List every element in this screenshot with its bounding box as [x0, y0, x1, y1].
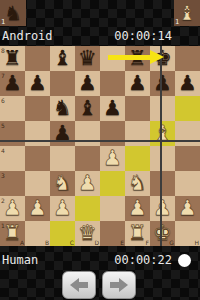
square-g3[interactable] [150, 171, 175, 196]
top-player-name: Android [2, 29, 53, 43]
top-player-clock: 00:00:14 [114, 29, 172, 43]
black-knight-c6[interactable]: ♞ [50, 96, 75, 121]
square-d1[interactable]: D♛ [75, 221, 100, 246]
square-c8[interactable]: ♝ [50, 46, 75, 71]
captured-count: 1 [175, 18, 179, 26]
square-b2[interactable]: ♟ [25, 196, 50, 221]
file-label-E: E [120, 239, 124, 246]
file-label-C: C [70, 239, 74, 246]
square-a5[interactable]: 5 [0, 121, 25, 146]
square-b5[interactable] [25, 121, 50, 146]
black-pawn-a7[interactable]: ♟ [0, 71, 25, 96]
square-c6[interactable]: ♞ [50, 96, 75, 121]
white-queen-d1[interactable]: ♛ [75, 221, 100, 246]
square-d8[interactable]: ♛ [75, 46, 100, 71]
square-a4[interactable]: 4 [0, 146, 25, 171]
square-f4[interactable] [125, 146, 150, 171]
file-label-B: B [45, 239, 49, 246]
square-c3[interactable]: ♞ [50, 171, 75, 196]
square-b4[interactable] [25, 146, 50, 171]
square-b1[interactable]: B [25, 221, 50, 246]
square-a8[interactable]: 8♜ [0, 46, 25, 71]
drag-crosshair-horizontal [0, 140, 200, 142]
white-knight-f3[interactable]: ♞ [125, 171, 150, 196]
square-h7[interactable]: ♟ [175, 71, 200, 96]
square-e3[interactable] [100, 171, 125, 196]
white-pawn-b2[interactable]: ♟ [25, 196, 50, 221]
rank-label-6: 6 [1, 97, 5, 104]
square-b8[interactable] [25, 46, 50, 71]
black-pawn-c5[interactable]: ♟ [50, 121, 75, 146]
arrow-left-icon [70, 278, 88, 292]
rank-label-4: 4 [1, 147, 5, 154]
square-h3[interactable] [175, 171, 200, 196]
square-f5[interactable] [125, 121, 150, 146]
square-d7[interactable]: ♟ [75, 71, 100, 96]
square-b7[interactable]: ♟ [25, 71, 50, 96]
white-rook-a1[interactable]: ♜ [0, 221, 25, 246]
black-pawn-d7[interactable]: ♟ [75, 71, 100, 96]
square-c5[interactable]: ♟ [50, 121, 75, 146]
white-pawn-h2[interactable]: ♟ [175, 196, 200, 221]
square-h1[interactable]: H [175, 221, 200, 246]
black-bishop-d6[interactable]: ♝ [75, 96, 100, 121]
square-d2[interactable] [75, 196, 100, 221]
square-c1[interactable]: C [50, 221, 75, 246]
square-e5[interactable] [100, 121, 125, 146]
square-d5[interactable] [75, 121, 100, 146]
square-d3[interactable]: ♟ [75, 171, 100, 196]
white-pawn-d3[interactable]: ♟ [75, 171, 100, 196]
black-pawn-b7[interactable]: ♟ [25, 71, 50, 96]
captured-tray-white: ♝ 1 [174, 0, 200, 26]
white-rook-f1[interactable]: ♜ [125, 221, 150, 246]
square-g4[interactable] [150, 146, 175, 171]
square-a3[interactable]: 3 [0, 171, 25, 196]
square-d4[interactable] [75, 146, 100, 171]
square-f7[interactable]: ♟ [125, 71, 150, 96]
square-f6[interactable] [125, 96, 150, 121]
forward-move-button[interactable] [102, 271, 136, 299]
square-c4[interactable] [50, 146, 75, 171]
black-pawn-g7[interactable]: ♟ [150, 71, 175, 96]
square-e7[interactable] [100, 71, 125, 96]
file-label-H: H [194, 239, 199, 246]
black-rook-a8[interactable]: ♜ [0, 46, 25, 71]
white-bishop-g5[interactable]: ♝ [150, 121, 175, 146]
captured-count: 1 [1, 18, 5, 26]
square-g5[interactable]: ♝ [150, 121, 175, 146]
square-h2[interactable]: ♟ [175, 196, 200, 221]
back-move-button[interactable] [62, 271, 96, 299]
black-pawn-f7[interactable]: ♟ [125, 71, 150, 96]
square-h4[interactable] [175, 146, 200, 171]
white-pawn-a2[interactable]: ♟ [0, 196, 25, 221]
white-king-g1[interactable]: ♚ [150, 221, 175, 246]
square-h5[interactable] [175, 121, 200, 146]
square-h8[interactable] [175, 46, 200, 71]
square-g1[interactable]: G♚ [150, 221, 175, 246]
chess-app: ♞ 1 ♝ 1 Android 00:00:14 8♜♝♛♜♚7♟♟♟♟♟♟6♞… [0, 0, 200, 300]
bottom-player-clock: 00:00:22 [114, 253, 172, 267]
white-pawn-c2[interactable]: ♟ [50, 196, 75, 221]
white-pawn-f2[interactable]: ♟ [125, 196, 150, 221]
square-g7[interactable]: ♟ [150, 71, 175, 96]
square-b6[interactable] [25, 96, 50, 121]
square-d6[interactable]: ♝ [75, 96, 100, 121]
square-a7[interactable]: 7♟ [0, 71, 25, 96]
square-a1[interactable]: 1A♜ [0, 221, 25, 246]
black-bishop-c8[interactable]: ♝ [50, 46, 75, 71]
square-g2[interactable]: ♟ [150, 196, 175, 221]
white-pawn-g2[interactable]: ♟ [150, 196, 175, 221]
board[interactable]: 8♜♝♛♜♚7♟♟♟♟♟♟6♞♝♟5♟♝4♟3♞♟♞2♟♟♟♟♟♟1A♜BCD♛… [0, 46, 200, 246]
rank-label-3: 3 [1, 172, 5, 179]
square-g6[interactable] [150, 96, 175, 121]
black-queen-d8[interactable]: ♛ [75, 46, 100, 71]
black-pawn-e6[interactable]: ♟ [100, 96, 125, 121]
square-e2[interactable] [100, 196, 125, 221]
drag-crosshair-vertical [160, 46, 162, 246]
square-c7[interactable] [50, 71, 75, 96]
black-pawn-h7[interactable]: ♟ [175, 71, 200, 96]
square-f2[interactable]: ♟ [125, 196, 150, 221]
square-f1[interactable]: F♜ [125, 221, 150, 246]
square-e4[interactable]: ♟ [100, 146, 125, 171]
square-c2[interactable]: ♟ [50, 196, 75, 221]
bottom-player-name: Human [2, 253, 38, 267]
rank-label-5: 5 [1, 122, 5, 129]
square-h6[interactable] [175, 96, 200, 121]
white-knight-c3[interactable]: ♞ [50, 171, 75, 196]
white-pawn-e4[interactable]: ♟ [100, 146, 125, 171]
square-a6[interactable]: 6 [0, 96, 25, 121]
square-e1[interactable]: E [100, 221, 125, 246]
arrow-right-icon [110, 278, 128, 292]
square-a2[interactable]: 2♟ [0, 196, 25, 221]
square-b3[interactable] [25, 171, 50, 196]
square-f3[interactable]: ♞ [125, 171, 150, 196]
captured-tray-black: ♞ 1 [0, 0, 26, 26]
white-to-move-indicator [178, 254, 191, 267]
square-e6[interactable]: ♟ [100, 96, 125, 121]
